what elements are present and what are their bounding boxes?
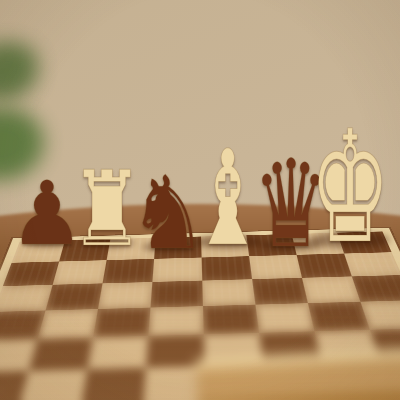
chess-set-photo: ♟♜♞♝♛♚ [0,0,400,400]
light-king: ♚ [310,110,391,265]
piece-row: ♟♜♞♝♛♚ [0,0,400,400]
